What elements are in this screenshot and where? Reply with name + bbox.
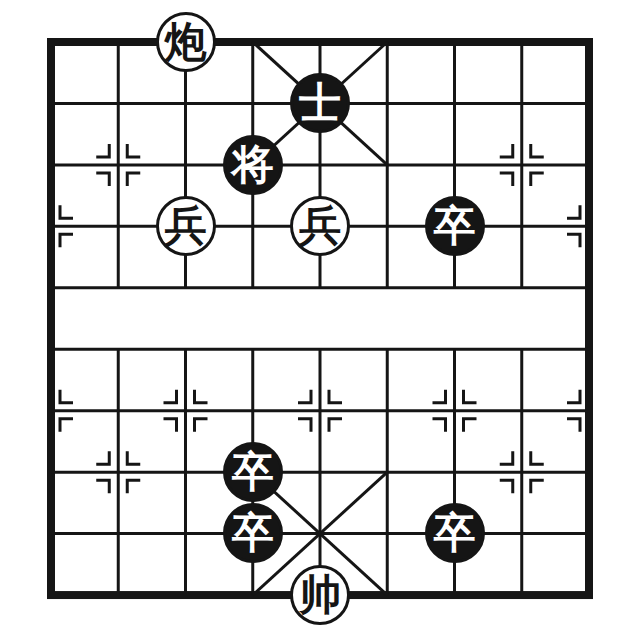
board-cell: 兵 (152, 196, 219, 257)
piece-black-soldier-1[interactable]: 卒 (425, 196, 485, 256)
board-cell: 卒 (421, 503, 488, 564)
piece-black-general[interactable]: 将 (223, 135, 283, 195)
board-cell: 卒 (421, 196, 488, 257)
piece-black-soldier-2[interactable]: 卒 (223, 442, 283, 502)
piece-black-soldier-4[interactable]: 卒 (425, 503, 485, 563)
piece-red-soldier-2[interactable]: 兵 (290, 196, 350, 256)
board-cell: 卒 (219, 441, 286, 502)
board-cell: 炮 (152, 11, 219, 72)
piece-red-soldier-1[interactable]: 兵 (156, 196, 216, 256)
board-cell: 兵 (286, 196, 353, 257)
board-cell: 帅 (286, 564, 353, 625)
pieces-grid: 炮士将兵兵卒卒卒卒帅 (17, 11, 622, 626)
piece-red-general[interactable]: 帅 (290, 565, 350, 625)
board-cell: 将 (219, 134, 286, 195)
board-cell: 士 (286, 73, 353, 134)
xiangqi-board: 炮士将兵兵卒卒卒卒帅 (0, 0, 640, 640)
board-cell: 卒 (219, 503, 286, 564)
page: 炮士将兵兵卒卒卒卒帅 (0, 0, 640, 640)
piece-black-soldier-3[interactable]: 卒 (223, 503, 283, 563)
piece-black-advisor[interactable]: 士 (290, 73, 350, 133)
piece-red-cannon[interactable]: 炮 (156, 12, 216, 72)
